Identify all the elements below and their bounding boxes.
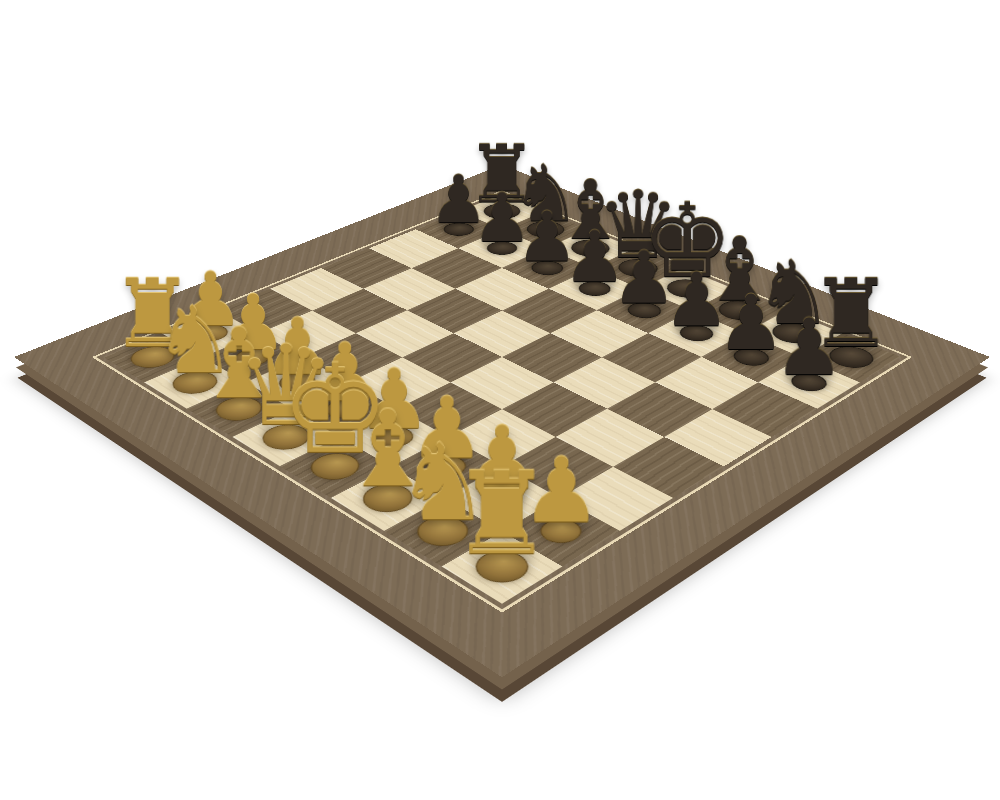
- piece-white-rook-h1[interactable]: ♜: [405, 457, 600, 571]
- piece-black-pawn-h7[interactable]: ♟: [727, 308, 891, 386]
- chess-board: ♜♞♝♛♚♝♞♜♟♟♟♟♟♟♟♟♟♟♟♟♟♟♟♟♜♞♝♛♚♝♞♜: [14, 165, 990, 677]
- board-field: ♜♞♝♛♚♝♞♜♟♟♟♟♟♟♟♟♟♟♟♟♟♟♟♟♜♞♝♛♚♝♞♜: [103, 194, 901, 604]
- board-frame: ♜♞♝♛♚♝♞♜♟♟♟♟♟♟♟♟♟♟♟♟♟♟♟♟♜♞♝♛♚♝♞♜: [14, 165, 990, 677]
- square-h1[interactable]: ♜: [441, 531, 562, 604]
- scene: ♜♞♝♛♚♝♞♜♟♟♟♟♟♟♟♟♟♟♟♟♟♟♟♟♜♞♝♛♚♝♞♜: [0, 0, 1000, 800]
